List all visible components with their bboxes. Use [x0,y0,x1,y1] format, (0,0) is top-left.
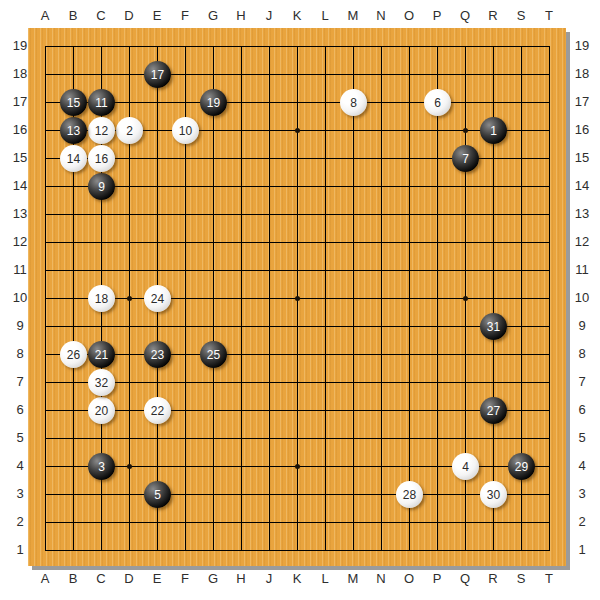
coord-label-row-left-10: 10 [8,290,32,305]
coord-label-row-right-10: 10 [570,290,594,305]
coord-label-col-top-A: A [31,8,59,23]
coord-label-col-bottom-R: R [479,571,507,586]
stone-black-R6[interactable]: 27 [480,397,507,424]
coord-label-col-bottom-P: P [423,571,451,586]
stone-white-C10[interactable]: 18 [88,285,115,312]
coord-label-col-top-L: L [311,8,339,23]
coord-label-col-top-K: K [283,8,311,23]
coord-label-col-top-N: N [367,8,395,23]
star-point-Q10 [463,296,468,301]
coord-label-row-right-18: 18 [570,66,594,81]
stone-white-F16[interactable]: 10 [172,117,199,144]
coord-label-row-right-5: 5 [570,430,594,445]
coord-label-row-left-12: 12 [8,234,32,249]
coord-label-row-right-3: 3 [570,486,594,501]
coord-label-row-right-14: 14 [570,178,594,193]
coord-label-col-bottom-N: N [367,571,395,586]
stone-white-P17[interactable]: 6 [424,89,451,116]
stone-white-E6[interactable]: 22 [144,397,171,424]
stone-black-R16[interactable]: 1 [480,117,507,144]
stone-white-B15[interactable]: 14 [60,145,87,172]
stone-black-C14[interactable]: 9 [88,173,115,200]
coord-label-row-left-4: 4 [8,458,32,473]
star-point-Q16 [463,128,468,133]
coord-label-row-left-11: 11 [8,262,32,277]
coord-label-row-right-9: 9 [570,318,594,333]
coord-label-col-bottom-G: G [199,571,227,586]
coord-label-col-top-E: E [143,8,171,23]
stone-black-B17[interactable]: 15 [60,89,87,116]
coord-label-row-right-2: 2 [570,514,594,529]
coord-label-col-bottom-H: H [227,571,255,586]
coord-label-col-bottom-F: F [171,571,199,586]
coord-label-row-right-13: 13 [570,206,594,221]
coord-label-col-top-O: O [395,8,423,23]
coord-label-col-bottom-S: S [507,571,535,586]
board-grid[interactable]: 1234567891011121314151617181920212223242… [45,46,550,551]
coord-label-col-top-S: S [507,8,535,23]
coord-label-col-bottom-C: C [87,571,115,586]
star-point-D4 [127,464,132,469]
stone-black-R9[interactable]: 31 [480,313,507,340]
stone-black-C4[interactable]: 3 [88,453,115,480]
stone-white-Q4[interactable]: 4 [452,453,479,480]
coord-label-row-right-19: 19 [570,38,594,53]
coord-label-col-bottom-L: L [311,571,339,586]
star-point-D10 [127,296,132,301]
coord-label-col-top-T: T [535,8,563,23]
coord-label-col-top-F: F [171,8,199,23]
coord-label-col-bottom-J: J [255,571,283,586]
coord-label-row-left-14: 14 [8,178,32,193]
coord-label-row-right-4: 4 [570,458,594,473]
stone-black-E3[interactable]: 5 [144,481,171,508]
coord-label-row-left-15: 15 [8,150,32,165]
coord-label-row-right-12: 12 [570,234,594,249]
coord-label-col-bottom-O: O [395,571,423,586]
coord-label-col-top-M: M [339,8,367,23]
coord-label-col-bottom-B: B [59,571,87,586]
coord-label-col-top-D: D [115,8,143,23]
stone-black-E18[interactable]: 17 [144,61,171,88]
stone-white-M17[interactable]: 8 [340,89,367,116]
coord-label-row-right-15: 15 [570,150,594,165]
coord-label-row-left-18: 18 [8,66,32,81]
stone-white-B8[interactable]: 26 [60,341,87,368]
stone-black-C8[interactable]: 21 [88,341,115,368]
coord-label-col-top-G: G [199,8,227,23]
coord-label-row-left-9: 9 [8,318,32,333]
coord-label-row-right-8: 8 [570,346,594,361]
star-point-K10 [295,296,300,301]
coord-label-row-right-17: 17 [570,94,594,109]
coord-label-row-left-3: 3 [8,486,32,501]
stone-white-C6[interactable]: 20 [88,397,115,424]
stone-black-S4[interactable]: 29 [508,453,535,480]
coord-label-row-right-11: 11 [570,262,594,277]
go-kifu-diagram: 1234567891011121314151617181920212223242… [0,0,600,600]
stone-white-E10[interactable]: 24 [144,285,171,312]
coord-label-row-left-17: 17 [8,94,32,109]
coord-label-col-bottom-K: K [283,571,311,586]
stone-white-C16[interactable]: 12 [88,117,115,144]
stone-white-C15[interactable]: 16 [88,145,115,172]
coord-label-col-top-Q: Q [451,8,479,23]
stone-white-D16[interactable]: 2 [116,117,143,144]
stone-white-O3[interactable]: 28 [396,481,423,508]
coord-label-row-left-2: 2 [8,514,32,529]
coord-label-row-left-1: 1 [8,542,32,557]
stone-black-B16[interactable]: 13 [60,117,87,144]
coord-label-row-left-5: 5 [8,430,32,445]
coord-label-col-bottom-D: D [115,571,143,586]
coord-label-col-bottom-M: M [339,571,367,586]
coord-label-col-bottom-E: E [143,571,171,586]
coord-label-col-top-P: P [423,8,451,23]
coord-label-col-top-H: H [227,8,255,23]
coord-label-col-top-J: J [255,8,283,23]
coord-label-row-right-1: 1 [570,542,594,557]
coord-label-row-left-16: 16 [8,122,32,137]
star-point-K4 [295,464,300,469]
coord-label-col-bottom-Q: Q [451,571,479,586]
stone-black-Q15[interactable]: 7 [452,145,479,172]
coord-label-row-right-6: 6 [570,402,594,417]
stone-white-C7[interactable]: 32 [88,369,115,396]
coord-label-row-left-8: 8 [8,346,32,361]
stone-black-E8[interactable]: 23 [144,341,171,368]
coord-label-col-bottom-A: A [31,571,59,586]
coord-label-row-left-13: 13 [8,206,32,221]
stone-black-C17[interactable]: 11 [88,89,115,116]
coord-label-col-bottom-T: T [535,571,563,586]
coord-label-col-top-C: C [87,8,115,23]
coord-label-row-left-19: 19 [8,38,32,53]
coord-label-row-left-6: 6 [8,402,32,417]
star-point-K16 [295,128,300,133]
coord-label-col-top-B: B [59,8,87,23]
go-board: 1234567891011121314151617181920212223242… [28,28,566,566]
coord-label-row-right-16: 16 [570,122,594,137]
coord-label-row-right-7: 7 [570,374,594,389]
coord-label-row-left-7: 7 [8,374,32,389]
stone-black-G17[interactable]: 19 [200,89,227,116]
coord-label-col-top-R: R [479,8,507,23]
stone-black-G8[interactable]: 25 [200,341,227,368]
stone-white-R3[interactable]: 30 [480,481,507,508]
